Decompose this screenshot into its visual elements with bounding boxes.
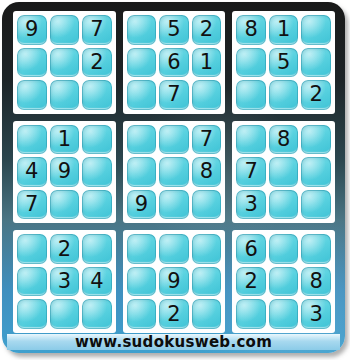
block-r1c3: 8152: [232, 11, 335, 114]
cell-r5c9[interactable]: [301, 157, 331, 187]
cell-r6c5[interactable]: [159, 190, 189, 220]
cell-r9c7[interactable]: [236, 299, 266, 329]
cell-r1c5[interactable]: 5: [159, 15, 189, 45]
cell-r4c1[interactable]: [17, 125, 47, 155]
cell-r9c4[interactable]: [127, 299, 157, 329]
cell-r3c5[interactable]: 7: [159, 80, 189, 110]
cell-r9c5[interactable]: 2: [159, 299, 189, 329]
cell-r8c9[interactable]: 8: [301, 267, 331, 297]
cell-r3c1[interactable]: [17, 80, 47, 110]
cell-r6c7[interactable]: 3: [236, 190, 266, 220]
cell-r8c4[interactable]: [127, 267, 157, 297]
cell-r3c9[interactable]: 2: [301, 80, 331, 110]
sudoku-board: 9725261781521497789873234926283: [13, 11, 335, 333]
cell-r6c8[interactable]: [269, 190, 299, 220]
cell-r9c9[interactable]: 3: [301, 299, 331, 329]
block-r3c2: 92: [123, 230, 226, 333]
block-r2c1: 1497: [13, 121, 116, 224]
cell-r7c3[interactable]: [82, 234, 112, 264]
cell-r3c4[interactable]: [127, 80, 157, 110]
footer-band: www.sudokusweb.com: [7, 334, 340, 350]
cell-r7c1[interactable]: [17, 234, 47, 264]
cell-r4c3[interactable]: [82, 125, 112, 155]
cell-r2c1[interactable]: [17, 48, 47, 78]
cell-r4c2[interactable]: 1: [50, 125, 80, 155]
cell-r8c3[interactable]: 4: [82, 267, 112, 297]
cell-r8c6[interactable]: [192, 267, 222, 297]
cell-r1c1[interactable]: 9: [17, 15, 47, 45]
cell-r6c2[interactable]: [50, 190, 80, 220]
cell-r2c6[interactable]: 1: [192, 48, 222, 78]
cell-r7c6[interactable]: [192, 234, 222, 264]
block-r1c2: 52617: [123, 11, 226, 114]
cell-r3c7[interactable]: [236, 80, 266, 110]
cell-r6c3[interactable]: [82, 190, 112, 220]
sudoku-board-frame: 9725261781521497789873234926283 www.sudo…: [2, 2, 345, 353]
cell-r5c7[interactable]: 7: [236, 157, 266, 187]
cell-r2c7[interactable]: [236, 48, 266, 78]
cell-r5c2[interactable]: 9: [50, 157, 80, 187]
cell-r6c6[interactable]: [192, 190, 222, 220]
cell-r4c8[interactable]: 8: [269, 125, 299, 155]
cell-r7c9[interactable]: [301, 234, 331, 264]
cell-r9c3[interactable]: [82, 299, 112, 329]
cell-r1c7[interactable]: 8: [236, 15, 266, 45]
cell-r5c8[interactable]: [269, 157, 299, 187]
cell-r3c6[interactable]: [192, 80, 222, 110]
cell-r4c4[interactable]: [127, 125, 157, 155]
cell-r4c5[interactable]: [159, 125, 189, 155]
cell-r4c9[interactable]: [301, 125, 331, 155]
block-r2c2: 789: [123, 121, 226, 224]
cell-r8c1[interactable]: [17, 267, 47, 297]
block-r3c1: 234: [13, 230, 116, 333]
cell-r2c9[interactable]: [301, 48, 331, 78]
cell-r5c1[interactable]: 4: [17, 157, 47, 187]
cell-r1c4[interactable]: [127, 15, 157, 45]
cell-r2c2[interactable]: [50, 48, 80, 78]
block-r1c1: 972: [13, 11, 116, 114]
block-r2c3: 873: [232, 121, 335, 224]
site-url[interactable]: www.sudokusweb.com: [75, 333, 272, 351]
cell-r2c4[interactable]: [127, 48, 157, 78]
cell-r9c8[interactable]: [269, 299, 299, 329]
cell-r5c5[interactable]: [159, 157, 189, 187]
cell-r8c7[interactable]: 2: [236, 267, 266, 297]
cell-r2c5[interactable]: 6: [159, 48, 189, 78]
cell-r5c6[interactable]: 8: [192, 157, 222, 187]
cell-r1c6[interactable]: 2: [192, 15, 222, 45]
cell-r7c5[interactable]: [159, 234, 189, 264]
cell-r7c4[interactable]: [127, 234, 157, 264]
block-r3c3: 6283: [232, 230, 335, 333]
cell-r3c3[interactable]: [82, 80, 112, 110]
cell-r5c3[interactable]: [82, 157, 112, 187]
cell-r7c2[interactable]: 2: [50, 234, 80, 264]
cell-r1c9[interactable]: [301, 15, 331, 45]
cell-r9c1[interactable]: [17, 299, 47, 329]
cell-r6c1[interactable]: 7: [17, 190, 47, 220]
cell-r8c2[interactable]: 3: [50, 267, 80, 297]
cell-r4c6[interactable]: 7: [192, 125, 222, 155]
cell-r7c7[interactable]: 6: [236, 234, 266, 264]
cell-r1c3[interactable]: 7: [82, 15, 112, 45]
cell-r2c8[interactable]: 5: [269, 48, 299, 78]
cell-r8c5[interactable]: 9: [159, 267, 189, 297]
cell-r8c8[interactable]: [269, 267, 299, 297]
cell-r9c6[interactable]: [192, 299, 222, 329]
cell-r6c9[interactable]: [301, 190, 331, 220]
cell-r5c4[interactable]: [127, 157, 157, 187]
cell-r7c8[interactable]: [269, 234, 299, 264]
cell-r4c7[interactable]: [236, 125, 266, 155]
cell-r3c8[interactable]: [269, 80, 299, 110]
cell-r1c2[interactable]: [50, 15, 80, 45]
cell-r3c2[interactable]: [50, 80, 80, 110]
cell-r9c2[interactable]: [50, 299, 80, 329]
cell-r6c4[interactable]: 9: [127, 190, 157, 220]
cell-r1c8[interactable]: 1: [269, 15, 299, 45]
cell-r2c3[interactable]: 2: [82, 48, 112, 78]
